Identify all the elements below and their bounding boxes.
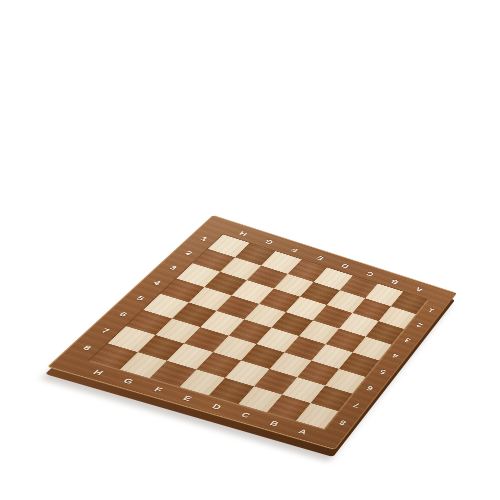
rank-label-left-2: 2 — [179, 247, 200, 258]
rank-label-right-8: 8 — [333, 416, 353, 429]
rank-label-right-3: 3 — [399, 334, 417, 345]
file-label-bottom-e: E — [176, 392, 199, 405]
rank-label-right-5: 5 — [373, 366, 392, 378]
file-label-bottom-c: C — [235, 409, 257, 422]
rank-label-right-7: 7 — [347, 399, 367, 411]
file-label-bottom-f: F — [147, 383, 170, 396]
file-label-bottom-a: A — [292, 425, 313, 438]
rank-label-right-2: 2 — [411, 319, 429, 330]
file-label-top-d: D — [336, 261, 354, 272]
file-label-top-g: G — [259, 236, 278, 247]
rank-label-left-3: 3 — [163, 262, 184, 273]
file-label-bottom-g: G — [117, 375, 140, 388]
rank-label-right-6: 6 — [360, 382, 379, 394]
rank-label-left-7: 7 — [94, 324, 117, 336]
file-label-top-f: F — [285, 244, 304, 255]
rank-label-left-6: 6 — [112, 308, 135, 320]
file-label-top-e: E — [310, 253, 329, 264]
file-label-bottom-b: B — [264, 417, 285, 430]
file-label-top-b: B — [385, 276, 403, 287]
file-label-top-h: H — [233, 228, 253, 239]
chessboard: HGFEDCBAHGFEDCBA1234567812345678 — [47, 215, 457, 450]
rank-label-left-1: 1 — [194, 233, 214, 244]
file-label-top-c: C — [361, 268, 379, 279]
rank-label-left-8: 8 — [76, 341, 100, 354]
file-label-bottom-d: D — [206, 400, 228, 413]
product-photo-stage: HGFEDCBAHGFEDCBA1234567812345678 — [0, 0, 500, 500]
rank-label-right-4: 4 — [386, 350, 405, 362]
rank-label-right-1: 1 — [422, 305, 440, 316]
file-label-top-a: A — [410, 284, 428, 295]
rank-label-left-4: 4 — [146, 277, 168, 289]
chessboard-scene: HGFEDCBAHGFEDCBA1234567812345678 — [0, 0, 500, 500]
file-label-bottom-h: H — [86, 366, 110, 379]
rank-label-left-5: 5 — [130, 292, 152, 304]
